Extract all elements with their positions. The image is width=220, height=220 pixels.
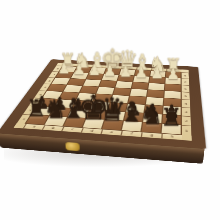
product-photo-scene: ♜♞♝♚♛♝♞♜♟♟♟♟♟♟♟♟♟♟♟♟♟♟♟♟♜♞♝♚♛♝♞♜ aabbccd…	[0, 0, 220, 220]
chess-board: ♜♞♝♚♛♝♞♜♟♟♟♟♟♟♟♟♟♟♟♟♟♟♟♟♜♞♝♚♛♝♞♜ aabbccd…	[0, 59, 206, 149]
piece-dark-knight: ♞	[40, 96, 69, 122]
rank-label: 1	[182, 125, 192, 136]
piece-light-bishop: ♝	[86, 50, 109, 71]
piece-light-knight: ♞	[146, 54, 170, 75]
brass-clasp-icon	[66, 142, 80, 151]
piece-dark-pawn: ♟	[82, 98, 111, 116]
piece-light-knight: ♞	[71, 50, 94, 70]
piece-dark-knight: ♞	[136, 103, 166, 130]
board-perspective-wrap: ♜♞♝♚♛♝♞♜♟♟♟♟♟♟♟♟♟♟♟♟♟♟♟♟♜♞♝♚♛♝♞♜ aabbccd…	[0, 59, 206, 149]
piece-dark-queen: ♛	[97, 94, 127, 126]
rank-label: 8	[182, 72, 190, 78]
piece-dark-pawn: ♟	[64, 97, 92, 115]
piece-light-bishop: ♝	[131, 52, 154, 74]
piece-dark-pawn: ♟	[119, 101, 148, 119]
